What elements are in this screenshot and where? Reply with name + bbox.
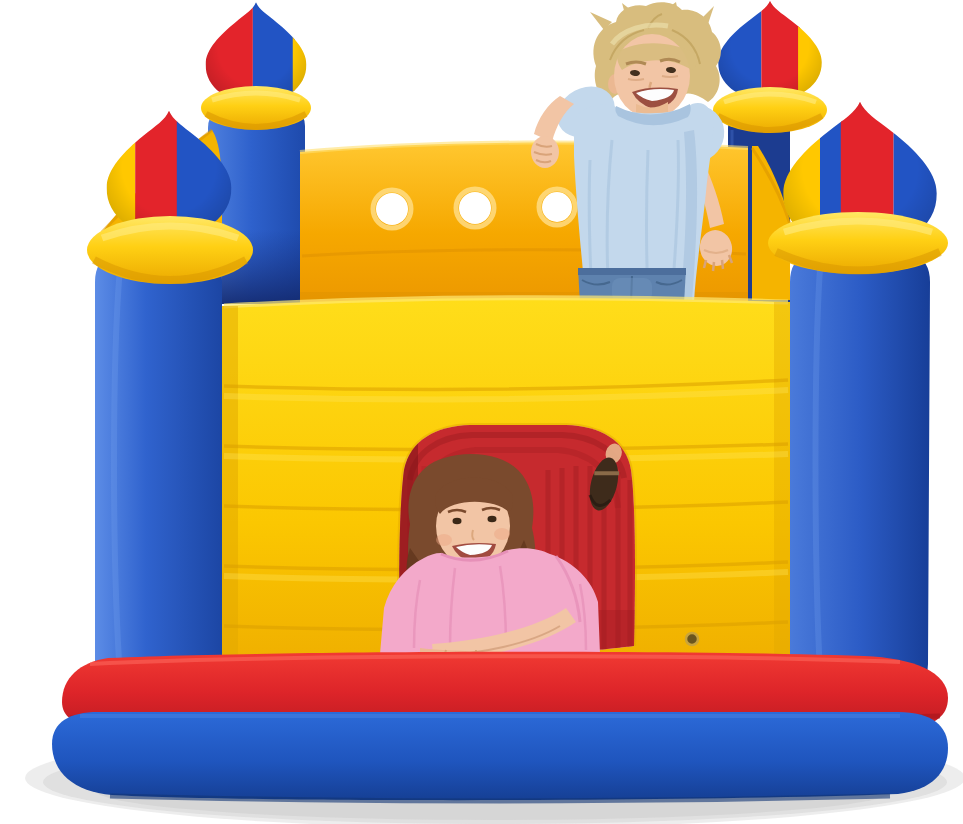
base-blue-ring [52, 712, 948, 801]
front-wall-right-shade [774, 302, 790, 668]
girl-cheek [436, 534, 452, 546]
tower-rear-right-collar [713, 87, 827, 133]
tower-front-left-collar [87, 216, 253, 284]
tower-front-right [768, 96, 948, 690]
window-hole [542, 192, 572, 222]
bounce-castle-photo [0, 0, 963, 824]
front-wall-left-shade [222, 306, 238, 668]
product-photo-stage [0, 0, 963, 824]
window-hole [376, 193, 408, 225]
window-hole [459, 192, 491, 224]
tower-front-right-collar [768, 212, 948, 274]
girl-cheek [494, 528, 510, 540]
air-valve [686, 633, 698, 645]
tower-rear-left-collar [201, 86, 311, 130]
tower-front-right-cylinder [790, 252, 930, 690]
